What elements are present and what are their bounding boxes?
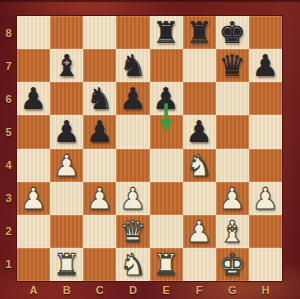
square-h7[interactable]: ♟ <box>249 49 282 82</box>
piece-white-pawn-f2[interactable]: ♟ <box>186 215 213 248</box>
piece-black-pawn-b5[interactable]: ♟ <box>53 115 80 148</box>
square-d6[interactable]: ♟ <box>116 82 149 115</box>
rank-label-8: 8 <box>0 16 17 49</box>
file-label-d: D <box>116 281 149 299</box>
square-b6[interactable] <box>50 82 83 115</box>
piece-black-pawn-a6[interactable]: ♟ <box>20 82 47 115</box>
piece-white-king-g1[interactable]: ♚ <box>219 248 246 281</box>
square-g2[interactable]: ♝ <box>216 215 249 248</box>
rank-label-1: 1 <box>0 248 17 281</box>
square-f8[interactable]: ♜ <box>183 16 216 49</box>
square-c3[interactable]: ♟ <box>83 182 116 215</box>
file-label-b: B <box>50 281 83 299</box>
square-f5[interactable]: ♟ <box>183 115 216 148</box>
piece-white-rook-b1[interactable]: ♜ <box>53 248 80 281</box>
square-a4[interactable] <box>17 149 50 182</box>
square-e2[interactable] <box>150 215 183 248</box>
rank-labels: 87654321 <box>0 16 17 281</box>
square-b5[interactable]: ♟ <box>50 115 83 148</box>
square-e7[interactable] <box>150 49 183 82</box>
piece-white-queen-d2[interactable]: ♛ <box>119 215 146 248</box>
square-d4[interactable] <box>116 149 149 182</box>
square-g1[interactable]: ♚ <box>216 248 249 281</box>
piece-black-bishop-b7[interactable]: ♝ <box>53 49 80 82</box>
piece-white-rook-e1[interactable]: ♜ <box>153 248 180 281</box>
square-c7[interactable] <box>83 49 116 82</box>
piece-black-pawn-h7[interactable]: ♟ <box>252 49 279 82</box>
square-g7[interactable]: ♛ <box>216 49 249 82</box>
square-c5[interactable]: ♟ <box>83 115 116 148</box>
square-b8[interactable] <box>50 16 83 49</box>
square-b7[interactable]: ♝ <box>50 49 83 82</box>
square-c6[interactable]: ♞ <box>83 82 116 115</box>
square-g3[interactable]: ♟ <box>216 182 249 215</box>
piece-white-pawn-g3[interactable]: ♟ <box>219 182 246 215</box>
piece-white-pawn-d3[interactable]: ♟ <box>119 182 146 215</box>
square-d3[interactable]: ♟ <box>116 182 149 215</box>
square-d8[interactable] <box>116 16 149 49</box>
piece-white-pawn-c3[interactable]: ♟ <box>86 182 113 215</box>
square-c2[interactable] <box>83 215 116 248</box>
square-c1[interactable] <box>83 248 116 281</box>
piece-black-pawn-c5[interactable]: ♟ <box>86 115 113 148</box>
square-e3[interactable] <box>150 182 183 215</box>
square-f6[interactable] <box>183 82 216 115</box>
square-b3[interactable] <box>50 182 83 215</box>
file-label-h: H <box>249 281 282 299</box>
square-d5[interactable] <box>116 115 149 148</box>
square-h5[interactable] <box>249 115 282 148</box>
square-a8[interactable] <box>17 16 50 49</box>
square-h4[interactable] <box>249 149 282 182</box>
square-f3[interactable] <box>183 182 216 215</box>
square-a7[interactable] <box>17 49 50 82</box>
square-g4[interactable] <box>216 149 249 182</box>
square-e1[interactable]: ♜ <box>150 248 183 281</box>
square-a5[interactable] <box>17 115 50 148</box>
board-frame: 87654321 ABCDEFGH ♜♜♚♝♞♛♟♟♞♟♟♟♟♟♟♞♟♟♟♟♟♛… <box>0 0 300 299</box>
square-a1[interactable] <box>17 248 50 281</box>
piece-white-pawn-h3[interactable]: ♟ <box>252 182 279 215</box>
piece-black-pawn-e6[interactable]: ♟ <box>153 82 180 115</box>
square-b2[interactable] <box>50 215 83 248</box>
file-labels: ABCDEFGH <box>17 281 282 299</box>
square-b4[interactable]: ♟ <box>50 149 83 182</box>
rank-label-4: 4 <box>0 149 17 182</box>
square-e4[interactable] <box>150 149 183 182</box>
square-e8[interactable]: ♜ <box>150 16 183 49</box>
piece-white-bishop-g2[interactable]: ♝ <box>219 215 246 248</box>
rank-label-5: 5 <box>0 115 17 148</box>
rank-label-7: 7 <box>0 49 17 82</box>
square-h1[interactable] <box>249 248 282 281</box>
square-a6[interactable]: ♟ <box>17 82 50 115</box>
square-g8[interactable]: ♚ <box>216 16 249 49</box>
square-d2[interactable]: ♛ <box>116 215 149 248</box>
square-e6[interactable]: ♟ <box>150 82 183 115</box>
square-a2[interactable] <box>17 215 50 248</box>
rank-label-3: 3 <box>0 182 17 215</box>
piece-white-knight-d1[interactable]: ♞ <box>119 248 146 281</box>
square-f1[interactable] <box>183 248 216 281</box>
piece-black-knight-c6[interactable]: ♞ <box>86 82 113 115</box>
square-f4[interactable]: ♞ <box>183 149 216 182</box>
square-c8[interactable] <box>83 16 116 49</box>
square-g5[interactable] <box>216 115 249 148</box>
piece-black-queen-g7[interactable]: ♛ <box>219 49 246 82</box>
square-d1[interactable]: ♞ <box>116 248 149 281</box>
piece-white-pawn-a3[interactable]: ♟ <box>20 182 47 215</box>
square-a3[interactable]: ♟ <box>17 182 50 215</box>
rank-label-6: 6 <box>0 82 17 115</box>
square-d7[interactable]: ♞ <box>116 49 149 82</box>
square-b1[interactable]: ♜ <box>50 248 83 281</box>
piece-black-rook-f8[interactable]: ♜ <box>186 16 213 49</box>
square-c4[interactable] <box>83 149 116 182</box>
file-label-c: C <box>83 281 116 299</box>
piece-white-pawn-b4[interactable]: ♟ <box>53 149 80 182</box>
square-e5[interactable] <box>150 115 183 148</box>
file-label-a: A <box>17 281 50 299</box>
file-label-g: G <box>216 281 249 299</box>
rank-label-2: 2 <box>0 215 17 248</box>
chess-board: ♜♜♚♝♞♛♟♟♞♟♟♟♟♟♟♞♟♟♟♟♟♛♟♝♜♞♜♚ <box>16 15 283 282</box>
piece-black-pawn-f5[interactable]: ♟ <box>186 115 213 148</box>
square-h2[interactable] <box>249 215 282 248</box>
file-label-e: E <box>150 281 183 299</box>
square-g6[interactable] <box>216 82 249 115</box>
square-h8[interactable] <box>249 16 282 49</box>
piece-white-knight-f4[interactable]: ♞ <box>186 149 213 182</box>
file-label-f: F <box>183 281 216 299</box>
square-f7[interactable] <box>183 49 216 82</box>
piece-black-king-g8[interactable]: ♚ <box>219 16 246 49</box>
piece-black-knight-d7[interactable]: ♞ <box>119 49 146 82</box>
piece-black-rook-e8[interactable]: ♜ <box>153 16 180 49</box>
piece-black-pawn-d6[interactable]: ♟ <box>119 82 146 115</box>
square-h6[interactable] <box>249 82 282 115</box>
square-f2[interactable]: ♟ <box>183 215 216 248</box>
square-h3[interactable]: ♟ <box>249 182 282 215</box>
